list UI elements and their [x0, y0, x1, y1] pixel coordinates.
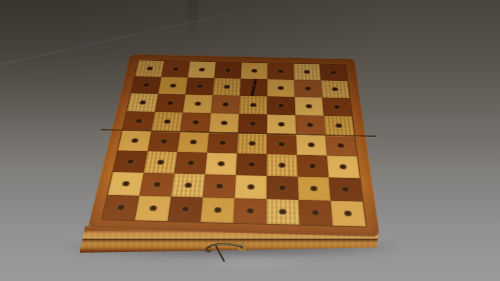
square-a5: [123, 111, 155, 131]
peg-hole: [310, 164, 315, 168]
peg-hole: [220, 141, 225, 145]
board-squares: [102, 60, 366, 226]
square-d5: [209, 113, 239, 133]
peg-hole: [306, 105, 311, 108]
peg-hole: [250, 122, 255, 125]
peg-hole: [182, 207, 188, 211]
square-f6: [267, 96, 295, 115]
square-a4: [118, 130, 151, 151]
peg-hole: [173, 68, 178, 71]
peg-hole: [161, 139, 167, 143]
square-e2: [235, 175, 267, 199]
peg-hole: [224, 85, 229, 88]
peg-hole: [247, 209, 253, 213]
peg-hole: [193, 121, 198, 124]
square-e5: [238, 114, 267, 134]
square-f5: [267, 114, 296, 134]
peg-hole: [305, 87, 310, 90]
peg-hole: [200, 68, 205, 71]
peg-hole: [136, 119, 142, 122]
peg-hole: [312, 210, 318, 214]
square-a8: [135, 60, 164, 77]
square-g5: [295, 115, 325, 135]
peg-hole: [128, 160, 134, 164]
peg-hole: [118, 205, 124, 209]
peg-hole: [307, 123, 312, 126]
square-g3: [297, 155, 329, 178]
square-d4: [207, 132, 238, 153]
square-h2: [329, 177, 363, 201]
peg-hole: [343, 187, 349, 191]
peg-hole: [332, 88, 337, 91]
square-e4: [237, 133, 267, 154]
peg-hole: [305, 70, 310, 73]
peg-hole: [279, 142, 284, 146]
peg-hole: [249, 163, 254, 167]
square-h4: [325, 135, 357, 156]
square-c1: [168, 197, 203, 223]
square-a3: [113, 150, 148, 172]
square-g6: [295, 97, 324, 116]
peg-hole: [185, 183, 191, 187]
square-h5: [324, 116, 355, 136]
peg-hole: [331, 71, 336, 74]
peg-hole: [144, 83, 149, 86]
peg-hole: [250, 142, 255, 146]
square-b6: [155, 94, 186, 113]
square-f1: [266, 199, 299, 225]
square-b5: [151, 112, 183, 132]
peg-hole: [334, 105, 339, 108]
peg-hole: [154, 182, 160, 186]
square-f3: [267, 154, 298, 177]
peg-hole: [195, 102, 200, 105]
square-f8: [267, 63, 294, 80]
peg-hole: [280, 209, 286, 213]
square-a2: [108, 172, 144, 196]
square-e3: [236, 153, 267, 175]
square-b7: [158, 77, 188, 95]
square-h6: [322, 98, 352, 117]
peg-hole: [197, 85, 202, 88]
peg-hole: [252, 69, 257, 72]
peg-hole: [171, 84, 176, 87]
peg-hole: [279, 104, 284, 107]
peg-hole: [279, 123, 284, 126]
square-g7: [294, 80, 322, 98]
square-c4: [177, 132, 209, 153]
square-f7: [267, 79, 294, 97]
peg-hole: [309, 143, 314, 147]
peg-hole: [311, 186, 317, 190]
peg-hole: [132, 139, 138, 143]
square-c6: [183, 95, 213, 114]
square-d6: [211, 95, 240, 114]
peg-hole: [215, 208, 221, 212]
square-a7: [131, 76, 161, 94]
square-b2: [139, 173, 174, 197]
square-c8: [188, 61, 216, 78]
peg-hole: [222, 121, 227, 124]
peg-hole: [251, 103, 256, 106]
peg-hole: [340, 165, 346, 169]
square-g4: [296, 134, 327, 155]
peg-hole: [218, 162, 224, 166]
peg-hole: [140, 101, 145, 104]
square-c2: [171, 174, 205, 198]
square-a1: [102, 195, 139, 220]
peg-hole: [226, 69, 231, 72]
peg-hole: [165, 120, 170, 123]
square-d1: [200, 197, 234, 223]
square-h1: [331, 201, 366, 227]
peg-hole: [251, 86, 256, 89]
square-c5: [180, 113, 211, 133]
square-b4: [148, 131, 181, 152]
peg-hole: [280, 186, 285, 190]
square-c3: [174, 152, 207, 174]
peg-hole: [345, 211, 351, 215]
square-g1: [299, 200, 333, 226]
square-b3: [144, 151, 178, 173]
chessboard: [87, 54, 380, 237]
peg-hole: [278, 86, 283, 89]
square-e1: [233, 198, 266, 224]
background-shadow-streak: [188, 0, 198, 46]
square-d3: [205, 153, 237, 175]
square-h3: [327, 156, 360, 179]
square-e7: [240, 79, 267, 97]
square-h7: [321, 80, 350, 98]
square-f2: [267, 176, 299, 200]
square-g2: [298, 177, 331, 201]
peg-hole: [191, 140, 196, 144]
peg-hole: [279, 163, 284, 167]
peg-hole: [338, 144, 343, 148]
peg-hole: [217, 184, 223, 188]
peg-hole: [150, 206, 156, 210]
square-f4: [267, 134, 297, 155]
square-a6: [127, 93, 158, 112]
peg-hole: [223, 103, 228, 106]
square-c7: [185, 77, 214, 95]
square-h8: [319, 64, 347, 81]
square-b1: [135, 196, 171, 221]
square-g8: [293, 64, 320, 81]
peg-hole: [188, 161, 194, 165]
peg-hole: [278, 70, 283, 73]
peg-hole: [248, 185, 254, 189]
square-d7: [213, 78, 241, 96]
peg-hole: [158, 160, 164, 164]
peg-hole: [123, 182, 129, 186]
photo-background: [0, 0, 500, 281]
peg-hole: [336, 124, 341, 127]
peg-hole: [147, 67, 152, 70]
square-b8: [161, 61, 190, 78]
brass-clasp-icon: [202, 237, 258, 265]
square-e6: [239, 96, 267, 115]
peg-hole: [168, 101, 173, 104]
square-d8: [214, 62, 241, 79]
square-e8: [241, 62, 268, 79]
square-d2: [203, 174, 236, 198]
